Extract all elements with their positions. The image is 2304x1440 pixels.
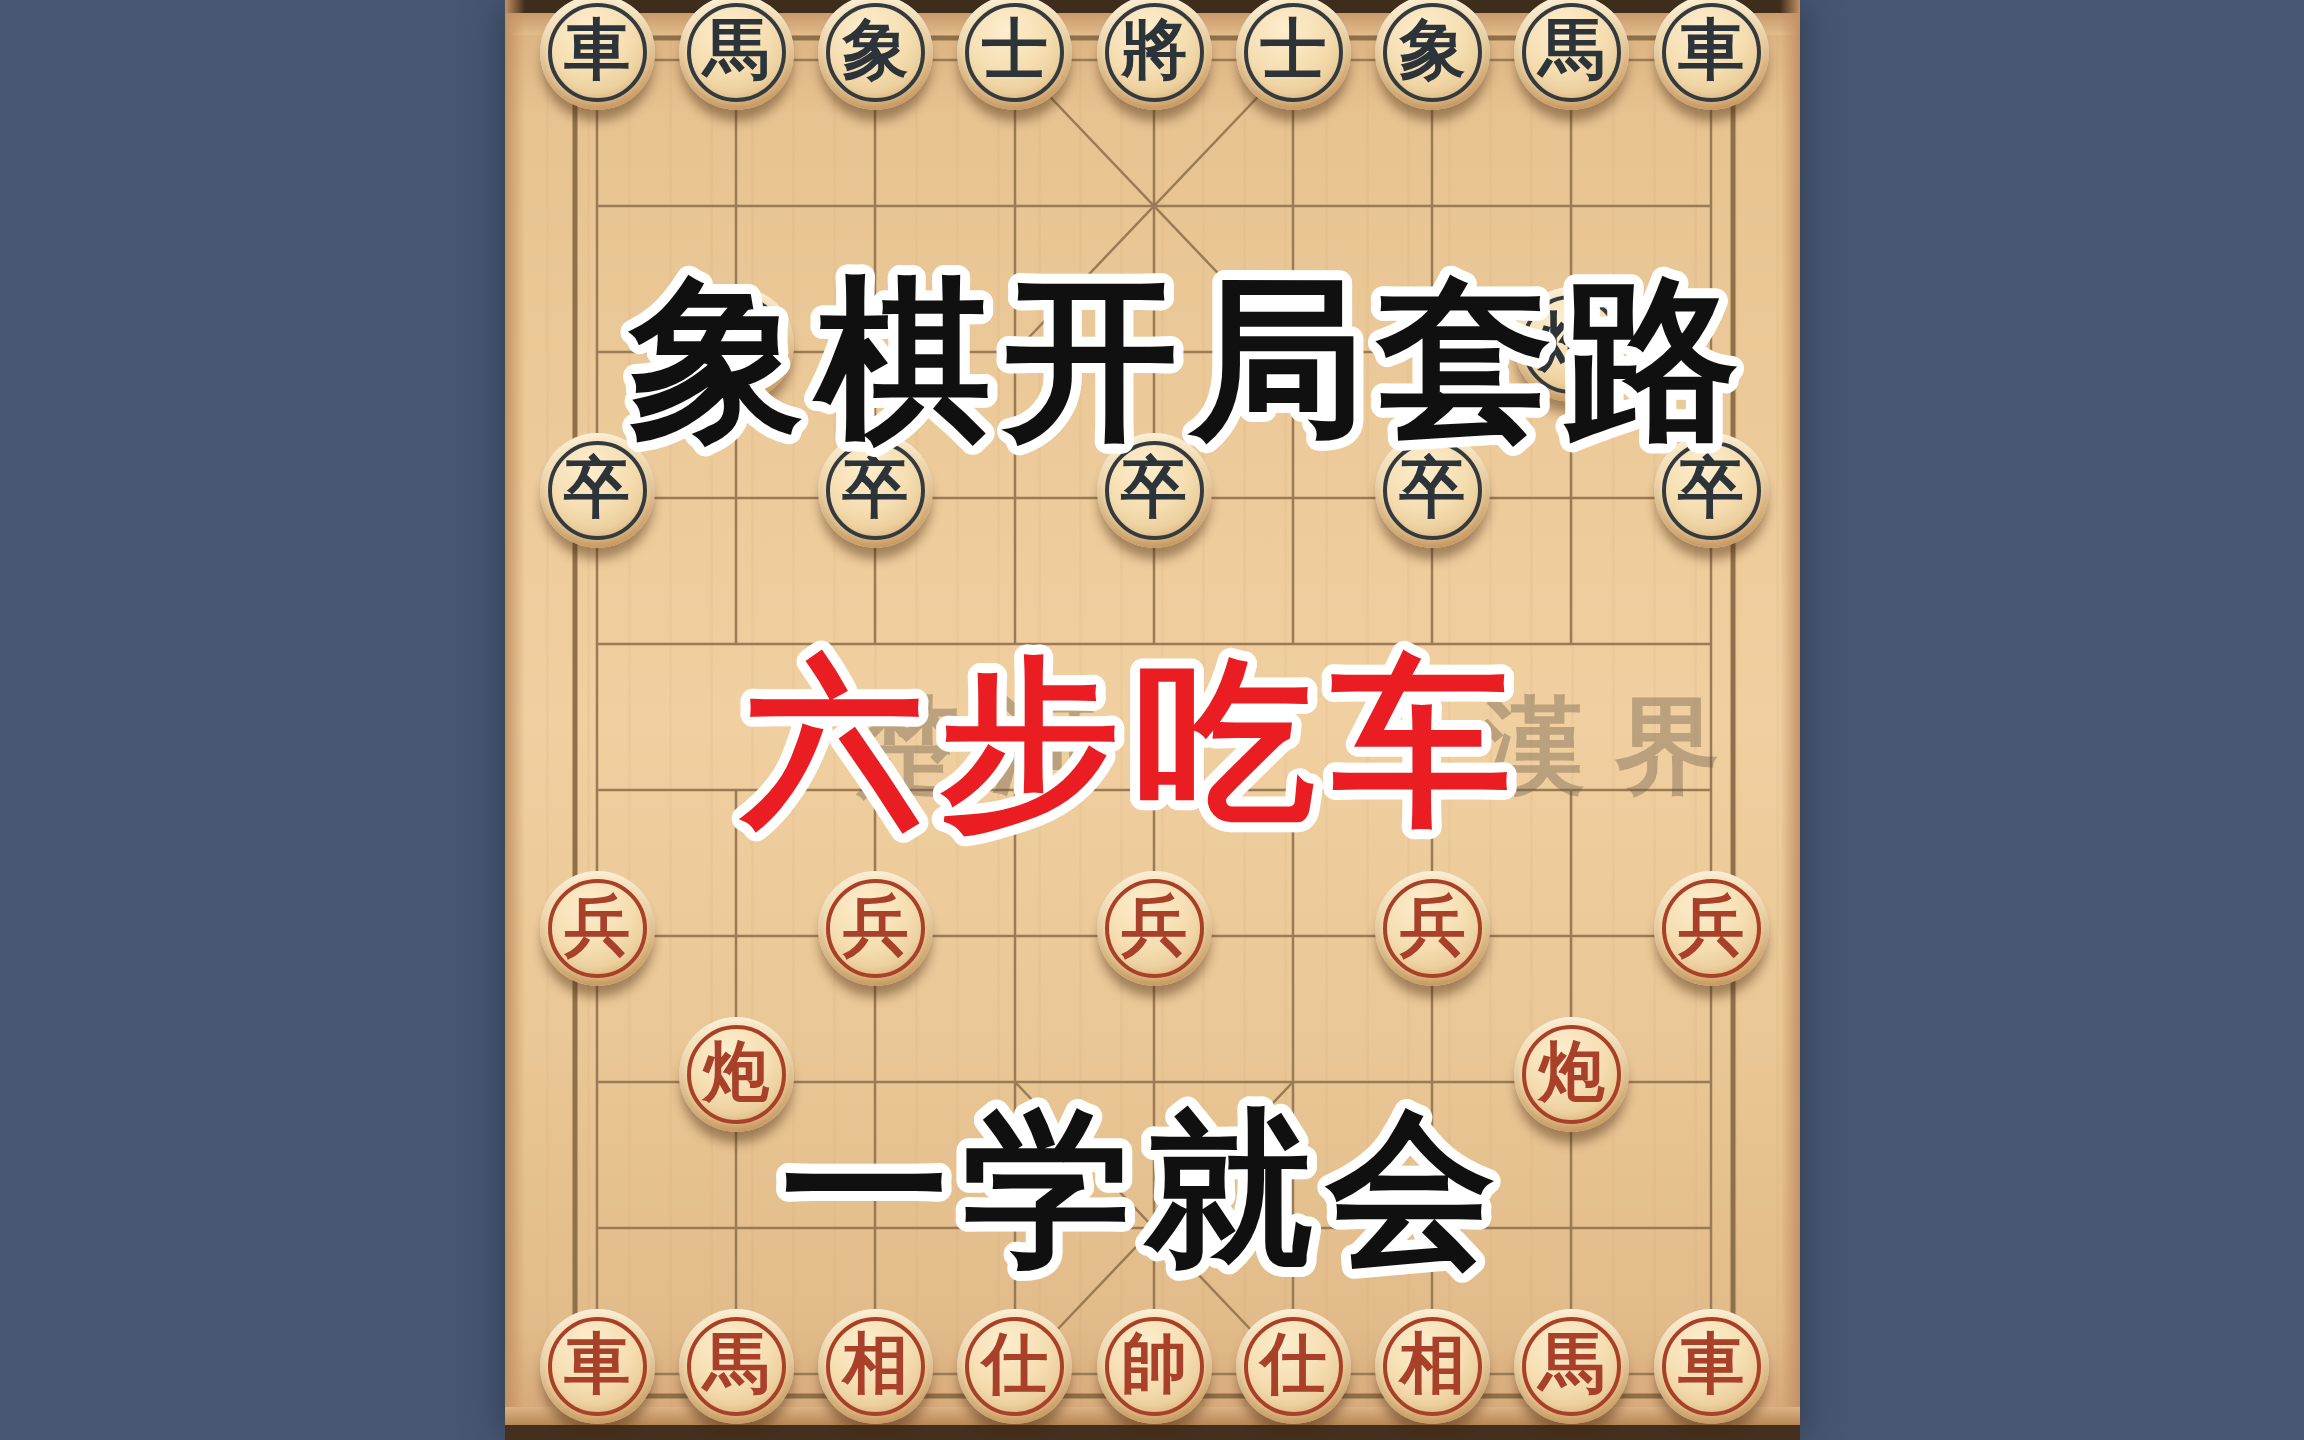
caption-learn-at-once: 一学就会 (781, 1097, 1509, 1283)
xiangqi-app-screen: 楚河 漢界 車馬象士將士象馬車炮炮卒卒卒卒卒兵兵兵兵兵炮炮車馬相仕帥仕相馬車 象… (0, 0, 2304, 1440)
caption-overlay: 象棋开局套路 六步吃车 一学就会 (0, 0, 2304, 1440)
caption-opening-routine: 象棋开局套路 (627, 264, 1751, 458)
caption-six-moves-capture-rook: 六步吃车 (738, 645, 1527, 844)
